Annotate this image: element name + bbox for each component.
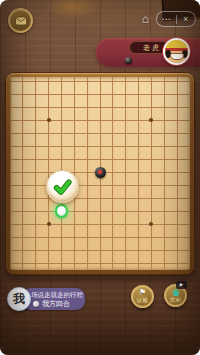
intersection[interactable]	[132, 101, 145, 114]
intersection[interactable]	[132, 114, 145, 127]
turn-indicator-text: 我方回合	[42, 300, 70, 307]
intersection[interactable]	[106, 127, 119, 140]
opponent-black-stone-icon	[125, 57, 132, 64]
intersection[interactable]	[29, 257, 42, 270]
intersection[interactable]	[158, 218, 171, 231]
player-status-bubble: 场说走就走的行程 我方回合	[22, 288, 85, 310]
intersection[interactable]	[184, 114, 190, 127]
intersection[interactable]	[119, 88, 132, 101]
intersection[interactable]	[132, 244, 145, 257]
intersection[interactable]	[171, 88, 184, 101]
intersection[interactable]	[119, 127, 132, 140]
intersection[interactable]	[55, 231, 68, 244]
intersection[interactable]	[132, 231, 145, 244]
close-button[interactable]: ×	[177, 12, 196, 26]
intersection[interactable]	[171, 77, 184, 88]
intersection[interactable]	[81, 166, 94, 179]
intersection[interactable]	[171, 127, 184, 140]
intersection[interactable]	[184, 127, 190, 140]
intersection[interactable]	[119, 101, 132, 114]
intersection[interactable]	[16, 127, 29, 140]
intersection[interactable]	[94, 114, 107, 127]
intersection[interactable]	[119, 140, 132, 153]
white-flag-icon: ⚑	[139, 289, 146, 297]
intersection[interactable]	[145, 114, 158, 127]
handshake-hand-icon	[171, 288, 181, 297]
intersection[interactable]	[171, 257, 184, 270]
intersection[interactable]	[81, 127, 94, 140]
intersection[interactable]	[29, 101, 42, 114]
intersection[interactable]	[55, 88, 68, 101]
intersection[interactable]	[171, 166, 184, 179]
confirm-move-button[interactable]	[46, 170, 79, 203]
play-icon: ▶	[180, 282, 183, 287]
intersection[interactable]	[94, 257, 107, 270]
intersection[interactable]	[145, 257, 158, 270]
intersection[interactable]	[184, 101, 190, 114]
intersection[interactable]	[158, 257, 171, 270]
intersection[interactable]	[94, 140, 107, 153]
intersection[interactable]	[106, 166, 119, 179]
intersection[interactable]	[106, 244, 119, 257]
player-avatar[interactable]: 我	[7, 287, 31, 311]
intersection[interactable]	[145, 140, 158, 153]
intersection[interactable]	[16, 77, 29, 88]
intersection[interactable]	[81, 257, 94, 270]
intersection[interactable]	[94, 192, 107, 205]
intersection[interactable]	[29, 192, 42, 205]
intersection[interactable]	[94, 101, 107, 114]
intersection[interactable]	[94, 88, 107, 101]
intersection[interactable]	[81, 101, 94, 114]
intersection[interactable]	[132, 179, 145, 192]
intersection[interactable]	[106, 179, 119, 192]
mail-button[interactable]	[8, 8, 33, 33]
intersection[interactable]	[81, 77, 94, 88]
intersection[interactable]	[29, 218, 42, 231]
intersection[interactable]	[29, 127, 42, 140]
intersection[interactable]	[171, 192, 184, 205]
intersection[interactable]	[68, 127, 81, 140]
intersection[interactable]	[119, 179, 132, 192]
capsule-menu: ⋯ ×	[156, 11, 196, 27]
intersection[interactable]	[158, 205, 171, 218]
intersection[interactable]	[68, 257, 81, 270]
intersection[interactable]	[81, 231, 94, 244]
intersection[interactable]	[106, 231, 119, 244]
intersection[interactable]	[81, 179, 94, 192]
intersection[interactable]	[184, 218, 190, 231]
intersection[interactable]	[55, 218, 68, 231]
intersection[interactable]	[171, 231, 184, 244]
intersection[interactable]	[29, 231, 42, 244]
intersection[interactable]	[94, 231, 107, 244]
black-stone	[95, 167, 106, 178]
intersection[interactable]	[68, 77, 81, 88]
intersection[interactable]	[81, 140, 94, 153]
intersection[interactable]	[106, 153, 119, 166]
intersection[interactable]	[106, 218, 119, 231]
intersection[interactable]	[184, 166, 190, 179]
intersection[interactable]	[119, 114, 132, 127]
intersection[interactable]	[158, 114, 171, 127]
intersection[interactable]	[158, 127, 171, 140]
intersection[interactable]	[55, 77, 68, 88]
opponent-banner: 老虎	[96, 38, 200, 67]
green-checkmark-icon	[53, 177, 72, 196]
intersection[interactable]	[158, 88, 171, 101]
intersection[interactable]	[171, 179, 184, 192]
intersection[interactable]	[42, 205, 55, 218]
intersection[interactable]	[132, 77, 145, 88]
intersection[interactable]	[132, 205, 145, 218]
intersection[interactable]	[145, 231, 158, 244]
intersection[interactable]	[16, 205, 29, 218]
chat-message: 场说走就走的行程	[31, 291, 85, 298]
intersection[interactable]	[145, 179, 158, 192]
board-frame	[6, 73, 194, 274]
intersection[interactable]	[184, 77, 190, 88]
intersection[interactable]	[55, 114, 68, 127]
intersection[interactable]	[16, 257, 29, 270]
intersection[interactable]	[94, 127, 107, 140]
intersection[interactable]	[94, 166, 107, 179]
intersection[interactable]	[81, 218, 94, 231]
intersection[interactable]	[145, 205, 158, 218]
intersection[interactable]	[29, 77, 42, 88]
intersection[interactable]	[42, 257, 55, 270]
intersection[interactable]	[119, 218, 132, 231]
intersection[interactable]	[184, 140, 190, 153]
intersection[interactable]	[158, 153, 171, 166]
draw-label: 求和	[170, 297, 182, 303]
intersection[interactable]	[68, 88, 81, 101]
intersection[interactable]	[29, 140, 42, 153]
intersection[interactable]	[42, 231, 55, 244]
intersection[interactable]	[145, 88, 158, 101]
intersection[interactable]	[119, 244, 132, 257]
intersection[interactable]	[119, 77, 132, 88]
intersection[interactable]	[42, 77, 55, 88]
resign-button[interactable]: ⚑ 认输	[131, 285, 154, 308]
home-button[interactable]: ⌂	[142, 13, 149, 25]
intersection[interactable]	[55, 101, 68, 114]
player-avatar-text: 我	[13, 291, 25, 308]
board-grid	[10, 77, 190, 270]
intersection[interactable]	[42, 101, 55, 114]
intersection[interactable]	[94, 153, 107, 166]
gomoku-game-screen: ⌂ ⋯ × 老虎	[0, 0, 200, 355]
intersection[interactable]	[106, 192, 119, 205]
intersection[interactable]	[158, 101, 171, 114]
more-button[interactable]: ⋯	[157, 12, 176, 26]
intersection[interactable]	[106, 77, 119, 88]
intersection[interactable]	[55, 257, 68, 270]
white-stone	[55, 204, 68, 218]
intersection[interactable]	[145, 77, 158, 88]
opponent-avatar[interactable]	[163, 38, 190, 65]
intersection[interactable]	[106, 88, 119, 101]
intersection[interactable]	[16, 244, 29, 257]
intersection[interactable]	[158, 244, 171, 257]
intersection[interactable]	[55, 153, 68, 166]
intersection[interactable]	[145, 218, 158, 231]
intersection[interactable]	[171, 205, 184, 218]
intersection[interactable]	[42, 88, 55, 101]
intersection[interactable]	[158, 77, 171, 88]
intersection[interactable]	[81, 205, 94, 218]
intersection[interactable]	[106, 257, 119, 270]
intersection[interactable]	[81, 244, 94, 257]
intersection[interactable]	[16, 231, 29, 244]
resign-label: 认输	[137, 297, 149, 303]
intersection[interactable]	[132, 166, 145, 179]
intersection[interactable]	[16, 179, 29, 192]
intersection[interactable]	[171, 140, 184, 153]
intersection[interactable]	[106, 114, 119, 127]
intersection[interactable]	[29, 205, 42, 218]
intersection[interactable]	[55, 140, 68, 153]
intersection[interactable]	[184, 205, 190, 218]
intersection[interactable]	[158, 231, 171, 244]
intersection[interactable]	[132, 88, 145, 101]
intersection[interactable]	[16, 166, 29, 179]
intersection[interactable]	[171, 244, 184, 257]
intersection[interactable]	[106, 101, 119, 114]
intersection[interactable]	[29, 88, 42, 101]
intersection[interactable]	[184, 88, 190, 101]
intersection[interactable]	[145, 166, 158, 179]
intersection[interactable]	[145, 101, 158, 114]
intersection[interactable]	[184, 244, 190, 257]
intersection[interactable]	[42, 140, 55, 153]
intersection[interactable]	[145, 244, 158, 257]
intersection[interactable]	[29, 166, 42, 179]
intersection[interactable]	[81, 114, 94, 127]
intersection[interactable]	[171, 101, 184, 114]
intersection[interactable]	[68, 231, 81, 244]
intersection[interactable]	[42, 114, 55, 127]
intersection[interactable]	[81, 88, 94, 101]
intersection[interactable]	[119, 166, 132, 179]
intersection[interactable]	[94, 205, 107, 218]
intersection[interactable]	[94, 179, 107, 192]
intersection[interactable]	[184, 192, 190, 205]
intersection[interactable]	[106, 205, 119, 218]
top-right-controls: ⌂ ⋯ ×	[142, 11, 196, 27]
intersection[interactable]	[55, 244, 68, 257]
intersection[interactable]	[94, 77, 107, 88]
intersection[interactable]	[184, 257, 190, 270]
intersection[interactable]	[29, 114, 42, 127]
intersection[interactable]	[106, 140, 119, 153]
intersection[interactable]	[119, 257, 132, 270]
grin	[170, 53, 184, 60]
opponent-name: 老虎	[143, 44, 161, 51]
intersection[interactable]	[94, 244, 107, 257]
intersection[interactable]	[42, 153, 55, 166]
intersection[interactable]	[132, 257, 145, 270]
intersection[interactable]	[171, 114, 184, 127]
intersection[interactable]	[68, 244, 81, 257]
intersection[interactable]	[68, 101, 81, 114]
intersection[interactable]	[29, 244, 42, 257]
intersection[interactable]	[184, 231, 190, 244]
intersection[interactable]	[16, 88, 29, 101]
intersection[interactable]	[158, 192, 171, 205]
intersection[interactable]	[171, 218, 184, 231]
intersection[interactable]	[132, 127, 145, 140]
intersection[interactable]	[132, 140, 145, 153]
intersection[interactable]	[16, 140, 29, 153]
intersection[interactable]	[132, 192, 145, 205]
intersection[interactable]	[81, 192, 94, 205]
intersection[interactable]	[158, 140, 171, 153]
intersection[interactable]	[119, 231, 132, 244]
intersection[interactable]	[68, 114, 81, 127]
intersection[interactable]	[29, 179, 42, 192]
intersection[interactable]	[171, 153, 184, 166]
intersection[interactable]	[16, 114, 29, 127]
intersection[interactable]	[158, 166, 171, 179]
intersection[interactable]	[145, 192, 158, 205]
intersection[interactable]	[119, 205, 132, 218]
intersection[interactable]	[55, 127, 68, 140]
intersection[interactable]	[145, 153, 158, 166]
intersection[interactable]	[42, 244, 55, 257]
intersection[interactable]	[132, 153, 145, 166]
intersection[interactable]	[94, 218, 107, 231]
intersection[interactable]	[184, 179, 190, 192]
turn-indicator-row: 我方回合	[33, 300, 85, 307]
intersection[interactable]	[119, 153, 132, 166]
intersection[interactable]	[119, 192, 132, 205]
intersection[interactable]	[68, 218, 81, 231]
intersection[interactable]	[55, 205, 68, 218]
intersection[interactable]	[132, 218, 145, 231]
intersection[interactable]	[145, 127, 158, 140]
intersection[interactable]	[158, 179, 171, 192]
intersection[interactable]	[68, 205, 81, 218]
intersection[interactable]	[16, 101, 29, 114]
intersection[interactable]	[184, 153, 190, 166]
intersection[interactable]	[68, 153, 81, 166]
video-ad-badge[interactable]: ▶	[176, 281, 187, 289]
intersection[interactable]	[42, 127, 55, 140]
intersection[interactable]	[16, 218, 29, 231]
gomoku-board	[10, 77, 190, 270]
intersection[interactable]	[81, 153, 94, 166]
intersection[interactable]	[16, 192, 29, 205]
intersection[interactable]	[68, 140, 81, 153]
intersection[interactable]	[29, 153, 42, 166]
intersection[interactable]	[42, 218, 55, 231]
intersection[interactable]	[16, 153, 29, 166]
mail-icon	[15, 16, 27, 26]
player-white-stone-icon	[33, 301, 39, 307]
